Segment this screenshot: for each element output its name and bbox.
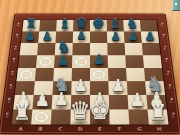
piece-white-queen-d1[interactable]: ♛ — [70, 100, 91, 123]
square-g4[interactable] — [126, 68, 145, 81]
file-label-h: H — [149, 125, 170, 134]
square-b1[interactable] — [31, 109, 52, 124]
file-label-e: E — [90, 125, 110, 134]
square-a6[interactable] — [19, 43, 38, 55]
square-a4[interactable] — [16, 68, 36, 81]
piece-black-pawn-c5[interactable]: ♟ — [57, 54, 69, 67]
frame-stud — [165, 58, 167, 59]
frame-stud — [16, 34, 18, 35]
piece-white-rook-h1[interactable]: ♜ — [149, 103, 167, 124]
square-b4[interactable] — [35, 68, 54, 81]
frame-stud — [13, 58, 15, 59]
square-d6[interactable] — [72, 43, 90, 55]
piece-black-pawn-a7[interactable]: ♟ — [25, 31, 35, 43]
frame-stud — [6, 113, 8, 115]
frame-stud — [162, 34, 164, 35]
piece-white-pawn-b2[interactable]: ♟ — [35, 92, 50, 109]
move-indicator-b5 — [40, 58, 52, 66]
frame-stud — [9, 84, 11, 86]
frame-stud — [167, 71, 169, 72]
frame-stud — [17, 23, 19, 24]
square-c1[interactable] — [51, 109, 71, 124]
move-indicator-a4 — [20, 70, 32, 78]
piece-black-pawn-b7[interactable]: ♟ — [42, 31, 52, 42]
piece-white-pawn-f3[interactable]: ♟ — [111, 79, 125, 94]
square-f5[interactable] — [108, 55, 126, 68]
piece-black-pawn-h7[interactable]: ♟ — [145, 31, 155, 43]
square-h6[interactable] — [142, 43, 161, 55]
square-b5[interactable] — [36, 55, 55, 68]
frame-stud — [172, 113, 174, 115]
piece-black-pawn-d7[interactable]: ♟ — [76, 31, 86, 42]
move-indicator-b1 — [35, 112, 48, 121]
square-e4[interactable] — [90, 68, 108, 81]
rank-label-1: 1 — [1, 109, 14, 124]
square-f6[interactable] — [107, 43, 125, 55]
file-label-b: B — [30, 125, 50, 134]
piece-black-bishop-c8[interactable]: ♝ — [59, 18, 70, 30]
frame-stud — [164, 46, 166, 47]
piece-black-bishop-f8[interactable]: ♝ — [110, 18, 121, 30]
frame-stud — [170, 98, 172, 100]
piece-black-king-e8[interactable]: ♚ — [92, 17, 104, 31]
file-label-d: D — [70, 125, 90, 134]
frame-stud — [7, 98, 9, 100]
piece-white-rook-a1[interactable]: ♜ — [13, 103, 31, 124]
frame-stud — [14, 46, 16, 47]
piece-white-pawn-d3[interactable]: ♟ — [74, 79, 87, 94]
piece-white-pawn-g2[interactable]: ♟ — [130, 92, 145, 109]
square-f1[interactable] — [109, 109, 129, 124]
move-indicator-d5 — [75, 58, 86, 66]
square-a5[interactable] — [18, 55, 37, 68]
square-g6[interactable] — [125, 43, 143, 55]
frame-stud — [161, 23, 163, 24]
file-label-f: F — [110, 125, 130, 134]
piece-black-pawn-e5[interactable]: ♟ — [93, 54, 105, 67]
fullscreen-icon[interactable] — [172, 0, 180, 11]
frame-stud — [168, 84, 170, 86]
piece-black-pawn-f7[interactable]: ♟ — [111, 31, 121, 42]
piece-white-pawn-c2[interactable]: ♟ — [54, 92, 69, 108]
square-b6[interactable] — [37, 43, 55, 55]
chess-app-window: ABCDEFGH 87654321 87654321 ♜♝♛♚♝♞♟♟♟♟♟♟♞… — [0, 0, 180, 135]
file-labels: ABCDEFGH — [10, 125, 169, 134]
square-g1[interactable] — [128, 109, 149, 124]
file-label-a: A — [10, 125, 31, 134]
rank-label-1: 1 — [167, 109, 180, 124]
piece-black-pawn-g7[interactable]: ♟ — [128, 31, 138, 42]
square-d5[interactable] — [72, 55, 90, 68]
square-h5[interactable] — [143, 55, 162, 68]
move-indicator-e4 — [93, 70, 104, 78]
file-label-g: G — [129, 125, 149, 134]
square-f2[interactable] — [109, 95, 129, 109]
square-g5[interactable] — [125, 55, 144, 68]
file-label-c: C — [50, 125, 70, 134]
frame-stud — [11, 71, 13, 72]
square-e7[interactable] — [90, 31, 107, 43]
piece-white-king-e1[interactable]: ♚ — [89, 100, 110, 124]
